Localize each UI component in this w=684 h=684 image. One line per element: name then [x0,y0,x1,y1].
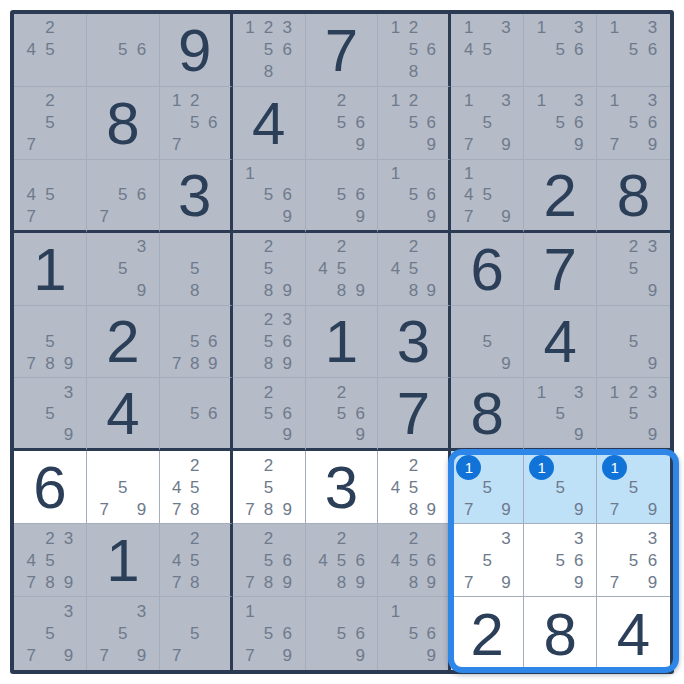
cell-r6c6[interactable]: 7 [378,378,451,451]
pencil-mark-5: 5 [478,184,497,205]
pencil-slot-empty [278,454,297,476]
pencil-slot-empty [241,476,260,498]
cell-r1c2[interactable]: 56 [87,14,160,87]
pencil-slot-empty [314,645,333,667]
solved-digit: 8 [106,94,139,154]
cell-r3c4[interactable]: 1569 [233,160,306,233]
pencil-mark-1: 1 [386,90,404,112]
pencil-slot-empty [643,403,662,424]
pencil-slot-empty [204,236,222,258]
pencil-mark-9: 9 [643,352,662,374]
cell-r9c7[interactable]: 2 [451,597,524,670]
pencil-slot-empty [605,403,624,424]
cell-r6c8[interactable]: 1359 [524,378,597,451]
cell-r9c8[interactable]: 8 [524,597,597,670]
pencil-mark-5: 5 [404,258,422,280]
pencil-slot-empty [59,90,78,112]
pencil-slot-empty [241,184,260,205]
pencil-mark-7: 7 [22,645,41,667]
pencil-mark-9: 9 [278,424,297,445]
pencil-slot-empty [22,331,41,353]
pencil-mark-5: 5 [41,549,60,571]
cell-r6c4[interactable]: 2569 [233,378,306,451]
pencil-mark-9: 9 [422,645,440,667]
pencil-slot-empty [241,549,260,571]
cell-r4c2[interactable]: 359 [87,233,160,306]
pencil-slot-empty [95,600,114,622]
cell-r9c5[interactable]: 569 [306,597,379,670]
pencil-slot-empty [132,17,151,39]
pencil-mark-4: 4 [22,549,41,571]
pencil-marks: 457 [14,160,86,230]
pencil-slot-empty [497,549,516,571]
pencil-mark-6: 6 [569,39,588,61]
pencil-mark-9: 9 [204,352,222,374]
pencil-mark-1: 1 [241,163,260,184]
solved-digit: 4 [106,384,139,444]
pencil-mark-5: 5 [41,331,60,353]
pencil-mark-5: 5 [624,476,643,498]
cell-r4c7[interactable]: 6 [451,233,524,306]
pencil-mark-9: 9 [351,134,370,156]
pencil-mark-1: 1 [386,163,404,184]
pencil-slot-empty [386,61,404,83]
pencil-mark-3: 3 [497,17,516,39]
pencil-marks: 2569 [306,378,378,448]
cell-r7c6[interactable]: 24589 [378,451,451,524]
cell-r3c3[interactable]: 3 [160,160,233,233]
pencil-mark-5: 5 [478,39,497,61]
pencil-slot-empty [497,163,516,184]
pencil-mark-2: 2 [186,90,204,112]
pencil-slot-empty [497,39,516,61]
pencil-mark-3: 3 [132,600,151,622]
pencil-mark-5: 5 [186,112,204,134]
pencil-slot-empty [422,17,440,39]
cell-r2c6[interactable]: 12569 [378,87,451,160]
pencil-slot-empty [59,622,78,644]
pencil-mark-8: 8 [259,571,278,593]
pencil-mark-7: 7 [241,571,260,593]
pencil-mark-5: 5 [404,184,422,205]
pencil-slot-empty [332,134,351,156]
pencil-marks: 257 [14,87,86,159]
pencil-slot-empty [532,424,551,445]
pencil-mark-9: 9 [497,205,516,226]
pencil-slot-empty [422,236,440,258]
pencil-slot-empty [478,163,497,184]
pencil-marks: 2569 [306,87,378,159]
cell-r8c7[interactable]: 3579 [451,524,524,597]
pencil-slot-empty [422,454,440,476]
pencil-slot-empty [22,381,41,402]
pencil-slot-empty [241,236,260,258]
pencil-slot-empty [22,163,41,184]
cell-r1c4[interactable]: 123568 [233,14,306,87]
cell-r1c5[interactable]: 7 [306,14,379,87]
cell-r7c3[interactable]: 24578 [160,451,233,524]
pencil-mark-2: 2 [332,236,351,258]
pencil-marks: 245689 [306,524,378,596]
pencil-mark-6: 6 [422,184,440,205]
pencil-slot-empty [241,381,260,402]
pencil-mark-5: 5 [41,112,60,134]
cell-r4c5[interactable]: 24589 [306,233,379,306]
pencil-slot-empty [168,280,186,302]
pencil-slot-empty [95,236,114,258]
pencil-mark-2: 2 [259,309,278,331]
pencil-slot-empty [241,331,260,353]
pencil-slot-empty [551,527,570,549]
pencil-marks: 12567 [160,87,230,159]
cell-r5c5[interactable]: 1 [306,306,379,379]
pencil-marks: 3579 [451,524,523,596]
cell-r8c2[interactable]: 1 [87,524,160,597]
cell-r6c5[interactable]: 2569 [306,378,379,451]
pencil-mark-1: 1 [459,90,478,112]
cell-r5c7[interactable]: 59 [451,306,524,379]
pencil-mark-5: 5 [551,403,570,424]
pencil-slot-empty [168,112,186,134]
cell-r3c2[interactable]: 567 [87,160,160,233]
pencil-slot-empty [332,645,351,667]
cell-r9c1[interactable]: 3579 [14,597,87,670]
cell-r9c6[interactable]: 1569 [378,597,451,670]
pencil-slot-empty [386,184,404,205]
cell-r2c5[interactable]: 2569 [306,87,379,160]
cell-r9c3[interactable]: 57 [160,597,233,670]
pencil-marks: 15679 [233,597,305,670]
pencil-mark-4: 4 [22,184,41,205]
cell-r4c6[interactable]: 24589 [378,233,451,306]
pencil-mark-9: 9 [422,134,440,156]
cell-r2c9[interactable]: 135679 [597,87,670,160]
pencil-marks: 56 [160,378,230,448]
cell-r5c8[interactable]: 4 [524,306,597,379]
cell-r4c1[interactable]: 1 [14,233,87,306]
cell-r1c9[interactable]: 1356 [597,14,670,87]
pencil-mark-6: 6 [569,112,588,134]
pencil-slot-empty [59,331,78,353]
pencil-marks: 12569 [378,87,448,159]
pencil-mark-1: 1 [605,381,624,402]
pencil-mark-2: 2 [404,17,422,39]
pencil-slot-empty [204,258,222,280]
pencil-slot-empty [624,17,643,39]
pencil-mark-4: 4 [314,549,333,571]
cell-r1c7[interactable]: 1345 [451,14,524,87]
pencil-marks: 1569 [378,160,448,230]
cell-r6c2[interactable]: 4 [87,378,160,451]
pencil-slot-empty [259,205,278,226]
cell-r8c1[interactable]: 2345789 [14,524,87,597]
pencil-slot-empty [204,424,222,445]
pencil-mark-7: 7 [241,498,260,520]
pencil-mark-6: 6 [351,403,370,424]
pencil-slot-empty [241,205,260,226]
pencil-marks: 135679 [597,87,670,159]
pencil-mark-1: 1 [386,600,404,622]
cell-r2c2[interactable]: 8 [87,87,160,160]
pencil-mark-2: 2 [186,527,204,549]
pencil-mark-7: 7 [22,571,41,593]
pencil-slot-empty [643,454,662,476]
pencil-mark-7: 7 [241,645,260,667]
pencil-slot-empty [22,600,41,622]
pencil-slot-empty [168,236,186,258]
cell-r3c7[interactable]: 14579 [451,160,524,233]
cell-r7c5[interactable]: 3 [306,451,379,524]
pencil-slot-empty [186,236,204,258]
cell-r6c9[interactable]: 12359 [597,378,670,451]
pencil-marks: 359 [87,233,159,305]
pencil-slot-empty [95,184,114,205]
cell-r4c8[interactable]: 7 [524,233,597,306]
cell-r7c9[interactable]: 5791 [597,451,670,524]
pencil-slot-empty [422,90,440,112]
cell-r2c4[interactable]: 4 [233,87,306,160]
cell-r2c1[interactable]: 257 [14,87,87,160]
pencil-mark-7: 7 [459,571,478,593]
pencil-mark-4: 4 [459,39,478,61]
pencil-marks: 59 [597,306,670,378]
pencil-slot-empty [314,571,333,593]
pencil-slot-empty [404,600,422,622]
pencil-slot-empty [241,454,260,476]
pencil-mark-2: 2 [41,17,60,39]
cell-r4c3[interactable]: 58 [160,233,233,306]
pencil-slot-empty [532,134,551,156]
pencil-slot-empty [332,424,351,445]
pencil-slot-empty [551,134,570,156]
pencil-marks: 2589 [233,233,305,305]
pencil-slot-empty [532,498,551,520]
cell-r8c8[interactable]: 3569 [524,524,597,597]
pencil-marks: 235689 [233,306,305,378]
pencil-mark-9: 9 [132,645,151,667]
pencil-mark-2: 2 [259,527,278,549]
pencil-slot-empty [314,622,333,644]
pencil-slot-empty [478,17,497,39]
solved-digit: 3 [325,458,358,518]
cell-r9c4[interactable]: 15679 [233,597,306,670]
pencil-mark-2: 2 [404,236,422,258]
pencil-marks: 3579 [87,597,159,670]
pencil-mark-5: 5 [478,549,497,571]
cell-r3c8[interactable]: 2 [524,160,597,233]
pencil-slot-empty [204,476,222,498]
pencil-slot-empty [168,258,186,280]
pencil-slot-empty [186,134,204,156]
pencil-mark-6: 6 [643,112,662,134]
pencil-slot-empty [41,645,60,667]
pencil-slot-empty [132,622,151,644]
pencil-slot-empty [314,527,333,549]
pencil-mark-4: 4 [168,549,186,571]
pencil-mark-5: 5 [478,476,497,498]
cell-r8c3[interactable]: 24578 [160,524,233,597]
solved-digit: 8 [471,384,504,444]
pencil-slot-empty [605,527,624,549]
cell-r5c1[interactable]: 5789 [14,306,87,379]
pencil-slot-empty [386,280,404,302]
pencil-slot-empty [351,236,370,258]
pencil-slot-empty [278,381,297,402]
pencil-mark-5: 5 [404,622,422,644]
pencil-slot-empty [624,571,643,593]
pencil-slot-empty [204,622,222,644]
pencil-slot-empty [569,403,588,424]
pencil-slot-empty [22,424,41,445]
pencil-slot-empty [351,600,370,622]
pencil-mark-5: 5 [114,184,133,205]
pencil-slot-empty [186,309,204,331]
pencil-slot-empty [168,527,186,549]
pencil-slot-empty [478,205,497,226]
cell-r3c6[interactable]: 1569 [378,160,451,233]
pencil-slot-empty [459,527,478,549]
pencil-mark-3: 3 [643,527,662,549]
pencil-mark-7: 7 [22,352,41,374]
solved-digit: 7 [397,384,430,444]
pencil-slot-empty [22,112,41,134]
pencil-mark-5: 5 [186,258,204,280]
pencil-marks: 14579 [451,160,523,230]
cell-r9c9[interactable]: 4 [597,597,670,670]
pencil-mark-9: 9 [643,280,662,302]
cell-r8c6[interactable]: 245689 [378,524,451,597]
pencil-slot-empty [204,381,222,402]
cell-r1c6[interactable]: 12568 [378,14,451,87]
pencil-slot-empty [605,424,624,445]
pencil-mark-5: 5 [551,476,570,498]
cell-r2c3[interactable]: 12567 [160,87,233,160]
cell-r3c5[interactable]: 569 [306,160,379,233]
pencil-mark-5: 5 [259,39,278,61]
pencil-slot-empty [22,17,41,39]
pencil-slot-empty [459,112,478,134]
cell-r6c3[interactable]: 56 [160,378,233,451]
cell-r8c5[interactable]: 245689 [306,524,379,597]
pencil-slot-empty [95,476,114,498]
pencil-slot-empty [459,61,478,83]
pencil-mark-5: 5 [186,549,204,571]
pencil-mark-7: 7 [605,134,624,156]
pencil-slot-empty [22,61,41,83]
cell-r7c1[interactable]: 6 [14,451,87,524]
pencil-marks: 24578 [160,524,230,596]
cell-r5c6[interactable]: 3 [378,306,451,379]
pencil-mark-5: 5 [186,622,204,644]
pencil-mark-6: 6 [643,39,662,61]
pencil-slot-empty [95,61,114,83]
pencil-slot-empty [643,476,662,498]
pencil-slot-empty [624,309,643,331]
cell-r1c1[interactable]: 245 [14,14,87,87]
pencil-slot-empty [204,527,222,549]
cell-r3c9[interactable]: 8 [597,160,670,233]
pencil-mark-5: 5 [624,112,643,134]
cell-r2c8[interactable]: 13569 [524,87,597,160]
cell-r7c2[interactable]: 579 [87,451,160,524]
pencil-slot-empty [551,424,570,445]
pencil-slot-empty [478,309,497,331]
pencil-mark-5: 5 [41,39,60,61]
cell-r1c3[interactable]: 9 [160,14,233,87]
cell-r8c4[interactable]: 256789 [233,524,306,597]
pencil-marks: 1569 [233,160,305,230]
pencil-mark-1: 1 [532,381,551,402]
cell-r7c8[interactable]: 591 [524,451,597,524]
pencil-slot-empty [351,258,370,280]
pencil-mark-2: 2 [41,527,60,549]
pencil-mark-5: 5 [259,403,278,424]
pencil-mark-9: 9 [569,571,588,593]
cell-r5c9[interactable]: 59 [597,306,670,379]
pencil-mark-9: 9 [643,571,662,593]
pencil-marks: 59 [451,306,523,378]
pencil-mark-7: 7 [168,352,186,374]
pencil-mark-6: 6 [643,549,662,571]
pencil-slot-empty [314,205,333,226]
pencil-slot-empty [95,622,114,644]
pencil-slot-empty [422,61,440,83]
cell-r6c1[interactable]: 359 [14,378,87,451]
pencil-slot-empty [314,424,333,445]
cell-r8c9[interactable]: 35679 [597,524,670,597]
pencil-mark-6: 6 [422,549,440,571]
pencil-slot-empty [241,527,260,549]
pencil-slot-empty [204,90,222,112]
pencil-slot-empty [459,331,478,353]
cell-r7c7[interactable]: 5791 [451,451,524,524]
pencil-slot-empty [351,163,370,184]
pencil-mark-2: 2 [404,454,422,476]
pencil-marks: 1356 [524,14,596,86]
cell-r7c4[interactable]: 25789 [233,451,306,524]
cell-r1c8[interactable]: 1356 [524,14,597,87]
pencil-slot-empty [314,236,333,258]
pencil-mark-1: 1 [605,90,624,112]
pencil-slot-empty [478,352,497,374]
pencil-slot-empty [459,309,478,331]
cell-r5c2[interactable]: 2 [87,306,160,379]
cell-r4c9[interactable]: 2359 [597,233,670,306]
pencil-slot-empty [624,90,643,112]
pencil-mark-7: 7 [95,498,114,520]
pencil-slot-empty [314,112,333,134]
cell-r2c7[interactable]: 13579 [451,87,524,160]
cell-r3c1[interactable]: 457 [14,160,87,233]
cell-r5c3[interactable]: 56789 [160,306,233,379]
pencil-mark-8: 8 [404,280,422,302]
pencil-marks: 245689 [378,524,448,596]
cell-r5c4[interactable]: 235689 [233,306,306,379]
pencil-slot-empty [204,645,222,667]
pencil-slot-empty [314,381,333,402]
pencil-mark-5: 5 [624,403,643,424]
cell-r6c7[interactable]: 8 [451,378,524,451]
cell-r4c4[interactable]: 2589 [233,233,306,306]
pencil-slot-empty [241,39,260,61]
pencil-slot-empty [478,498,497,520]
pencil-slot-empty [404,205,422,226]
pencil-mark-9: 9 [351,571,370,593]
pencil-slot-empty [569,476,588,498]
pencil-mark-2: 2 [404,90,422,112]
cell-r9c2[interactable]: 3579 [87,597,160,670]
pencil-mark-5: 5 [404,112,422,134]
